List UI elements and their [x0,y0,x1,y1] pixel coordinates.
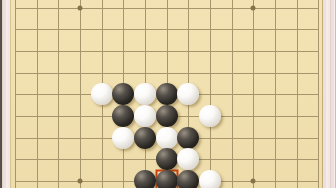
black-stone-c6r8 [112,83,134,105]
game-screen [0,0,336,188]
white-stone-c5r8 [91,83,113,105]
star-point [78,179,83,184]
white-stone-c10r12 [199,170,221,188]
grid-line-horizontal [15,51,319,52]
board-grid [15,0,319,188]
white-stone-c6r10 [112,127,134,149]
black-stone-c8r9 [156,105,178,127]
white-stone-c7r8 [134,83,156,105]
black-stone-c9r12 [177,170,199,188]
page-left-edge [0,0,2,188]
white-stone-c9r11 [177,148,199,170]
black-stone-c7r10 [134,127,156,149]
black-stone-c6r9 [112,105,134,127]
grid-line-horizontal [15,29,319,30]
black-stone-c7r12 [134,170,156,188]
star-point [251,5,256,10]
black-stone-c8r11 [156,148,178,170]
white-stone-c10r9 [199,105,221,127]
star-point [251,179,256,184]
white-stone-c9r8 [177,83,199,105]
grid-line-horizontal [15,8,319,9]
black-stone-c8r12 [156,170,178,188]
white-stone-c8r10 [156,127,178,149]
star-point [78,5,83,10]
white-stone-c7r9 [134,105,156,127]
black-stone-c9r10 [177,127,199,149]
gomoku-board[interactable] [10,0,323,188]
grid-line-horizontal [15,73,319,74]
black-stone-c8r8 [156,83,178,105]
